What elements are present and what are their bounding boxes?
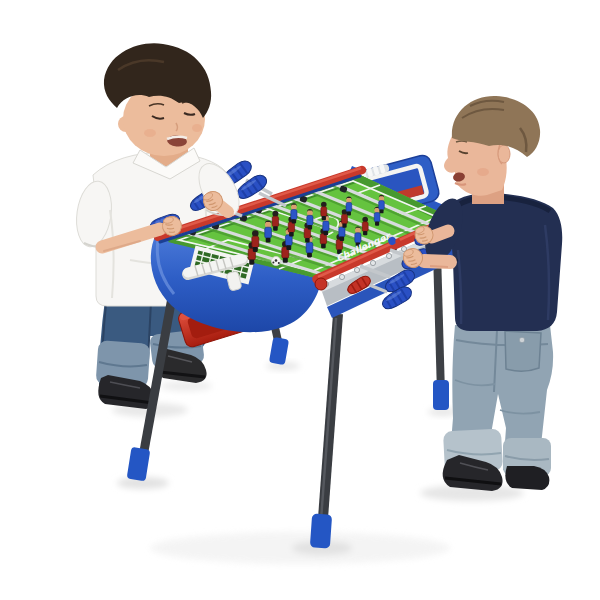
boy-right-jeans <box>443 325 553 476</box>
leg-foot-blue <box>433 380 449 410</box>
foosball-figure-blue <box>291 203 297 223</box>
leg-foot-blue <box>127 447 151 482</box>
leg-foot-blue <box>269 337 289 365</box>
corner-cap-red <box>315 278 327 290</box>
table-leg-far-right <box>433 252 449 410</box>
foosball-figure-red <box>272 211 278 231</box>
foosball-figure-red <box>321 202 327 221</box>
leg-foot-blue <box>310 513 332 548</box>
foosball-figure-blue <box>265 220 272 242</box>
foosball-scene: Challenger <box>0 0 600 600</box>
product-photo: Challenger <box>0 0 600 600</box>
foosball-figure-blue <box>346 197 352 216</box>
foosball-figure-blue <box>379 195 385 213</box>
football <box>271 256 281 267</box>
foosball-figure-red <box>342 209 348 228</box>
ear <box>498 145 510 163</box>
foosball-figure-red <box>252 230 259 252</box>
boy-right-head <box>444 96 540 204</box>
table-leg-front <box>310 314 338 549</box>
foosball-figure-red <box>362 217 368 236</box>
foosball-figure-blue <box>307 209 313 229</box>
pocket-button <box>519 337 525 343</box>
